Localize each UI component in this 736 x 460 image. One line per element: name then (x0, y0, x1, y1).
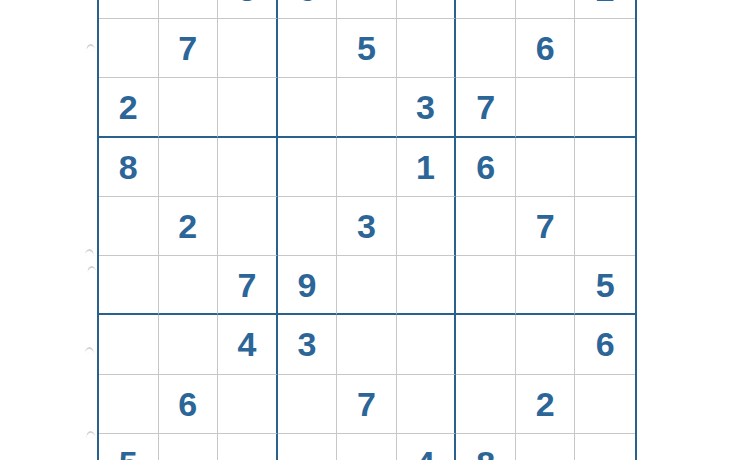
cell-r1c7[interactable] (456, 0, 516, 19)
cell-r7c5[interactable] (337, 315, 397, 374)
cell-r7c7[interactable] (456, 315, 516, 374)
given-digit: 6 (536, 31, 555, 65)
cell-r4c3[interactable] (218, 138, 278, 197)
cell-r8c4[interactable] (278, 375, 338, 434)
cell-r8c6[interactable] (397, 375, 457, 434)
page-edge-artifact (84, 248, 94, 256)
cell-r5c6[interactable] (397, 197, 457, 256)
cell-r8c5[interactable]: 7 (337, 375, 397, 434)
given-digit: 2 (536, 387, 555, 421)
cell-r2c4[interactable] (278, 19, 338, 78)
given-digit: 7 (178, 31, 197, 65)
sudoku-screenshot-viewport: 862756237816237795436672548 (0, 0, 736, 460)
cell-r4c2[interactable] (159, 138, 219, 197)
given-digit: 4 (237, 327, 256, 361)
cell-r2c7[interactable] (456, 19, 516, 78)
given-digit: 4 (416, 446, 435, 460)
cell-r9c4[interactable] (278, 434, 338, 460)
cell-r8c9[interactable] (575, 375, 635, 434)
cell-r7c3[interactable]: 4 (218, 315, 278, 374)
cell-r3c6[interactable]: 3 (397, 78, 457, 137)
cell-r2c9[interactable] (575, 19, 635, 78)
cell-r9c3[interactable] (218, 434, 278, 460)
page-edge-artifact (86, 430, 96, 438)
cell-r8c3[interactable] (218, 375, 278, 434)
cell-r2c2[interactable]: 7 (159, 19, 219, 78)
cell-r2c8[interactable]: 6 (516, 19, 576, 78)
page-edge-artifact (86, 265, 96, 274)
cell-r5c4[interactable] (278, 197, 338, 256)
cell-r1c4[interactable]: 6 (278, 0, 338, 19)
cell-r6c5[interactable] (337, 256, 397, 315)
cell-r1c8[interactable] (516, 0, 576, 19)
cell-r5c7[interactable] (456, 197, 516, 256)
given-digit: 9 (297, 268, 316, 302)
given-digit: 3 (357, 209, 376, 243)
cell-r8c7[interactable] (456, 375, 516, 434)
given-digit: 1 (416, 150, 435, 184)
given-digit: 3 (416, 90, 435, 124)
given-digit: 5 (596, 268, 615, 302)
cell-r3c3[interactable] (218, 78, 278, 137)
given-digit: 8 (476, 446, 495, 460)
cell-r7c9[interactable]: 6 (575, 315, 635, 374)
cell-r9c6[interactable]: 4 (397, 434, 457, 460)
cell-r2c1[interactable] (99, 19, 159, 78)
sudoku-board: 862756237816237795436672548 (97, 0, 637, 460)
cell-r5c5[interactable]: 3 (337, 197, 397, 256)
given-digit: 7 (357, 387, 376, 421)
cell-r3c2[interactable] (159, 78, 219, 137)
cell-r6c2[interactable] (159, 256, 219, 315)
cell-r6c1[interactable] (99, 256, 159, 315)
cell-r3c5[interactable] (337, 78, 397, 137)
given-digit: 7 (476, 90, 495, 124)
cell-r4c5[interactable] (337, 138, 397, 197)
cell-r7c4[interactable]: 3 (278, 315, 338, 374)
cell-r5c2[interactable]: 2 (159, 197, 219, 256)
given-digit: 6 (596, 327, 615, 361)
cell-r3c8[interactable] (516, 78, 576, 137)
given-digit: 5 (119, 446, 138, 460)
cell-r3c1[interactable]: 2 (99, 78, 159, 137)
cell-r7c8[interactable] (516, 315, 576, 374)
page-edge-artifact (85, 346, 95, 354)
cell-r1c3[interactable]: 8 (218, 0, 278, 19)
given-digit: 7 (237, 268, 256, 302)
cell-r1c9[interactable]: 2 (575, 0, 635, 19)
cell-r4c6[interactable]: 1 (397, 138, 457, 197)
given-digit: 6 (178, 387, 197, 421)
cell-r1c2[interactable] (159, 0, 219, 19)
cell-r8c8[interactable]: 2 (516, 375, 576, 434)
cell-r1c6[interactable] (397, 0, 457, 19)
given-digit: 2 (119, 90, 138, 124)
cell-r1c1[interactable] (99, 0, 159, 19)
given-digit: 5 (357, 31, 376, 65)
given-digit: 8 (237, 0, 256, 6)
cell-r9c2[interactable] (159, 434, 219, 460)
cell-r4c4[interactable] (278, 138, 338, 197)
cell-r8c2[interactable]: 6 (159, 375, 219, 434)
given-digit: 3 (297, 327, 316, 361)
given-digit: 2 (178, 209, 197, 243)
cell-r7c1[interactable] (99, 315, 159, 374)
cell-r5c1[interactable] (99, 197, 159, 256)
cell-r2c6[interactable] (397, 19, 457, 78)
cell-r5c9[interactable] (575, 197, 635, 256)
given-digit: 6 (476, 150, 495, 184)
page-edge-artifact (85, 43, 95, 52)
cell-r5c3[interactable] (218, 197, 278, 256)
cell-r9c5[interactable] (337, 434, 397, 460)
cell-r9c7[interactable]: 8 (456, 434, 516, 460)
cell-r9c8[interactable] (516, 434, 576, 460)
cell-r3c4[interactable] (278, 78, 338, 137)
cell-r9c9[interactable] (575, 434, 635, 460)
cell-r2c5[interactable]: 5 (337, 19, 397, 78)
cell-r7c6[interactable] (397, 315, 457, 374)
cell-r3c7[interactable]: 7 (456, 78, 516, 137)
cell-r9c1[interactable]: 5 (99, 434, 159, 460)
cell-r4c1[interactable]: 8 (99, 138, 159, 197)
cell-r6c8[interactable] (516, 256, 576, 315)
cell-r8c1[interactable] (99, 375, 159, 434)
cell-r6c3[interactable]: 7 (218, 256, 278, 315)
cell-r6c6[interactable] (397, 256, 457, 315)
cell-r4c9[interactable] (575, 138, 635, 197)
cell-r5c8[interactable]: 7 (516, 197, 576, 256)
cell-r4c8[interactable] (516, 138, 576, 197)
cell-r6c4[interactable]: 9 (278, 256, 338, 315)
cell-r1c5[interactable] (337, 0, 397, 19)
cell-r6c9[interactable]: 5 (575, 256, 635, 315)
cell-r6c7[interactable] (456, 256, 516, 315)
given-digit: 6 (297, 0, 316, 6)
cell-r2c3[interactable] (218, 19, 278, 78)
cell-r3c9[interactable] (575, 78, 635, 137)
cell-r7c2[interactable] (159, 315, 219, 374)
cell-r4c7[interactable]: 6 (456, 138, 516, 197)
given-digit: 7 (536, 209, 555, 243)
given-digit: 8 (119, 150, 138, 184)
given-digit: 2 (596, 0, 615, 6)
